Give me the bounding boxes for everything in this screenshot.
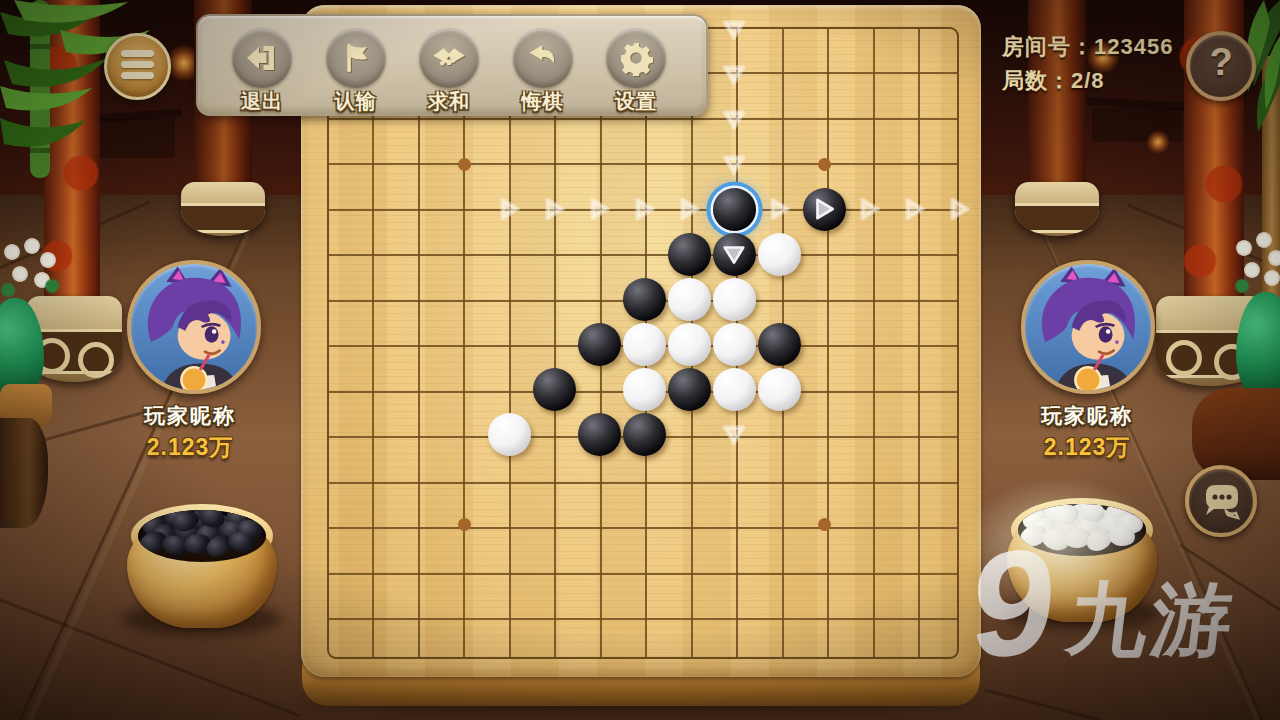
black-stone — [758, 323, 801, 366]
player-left-name: 玩家昵称 — [95, 402, 285, 430]
star-point — [458, 158, 471, 171]
player-left-avatar[interactable] — [127, 260, 261, 394]
flag-icon — [326, 28, 386, 88]
gear-icon — [606, 28, 666, 88]
lamp-glow — [1146, 130, 1170, 154]
star-point — [818, 158, 831, 171]
round-count-value: 2/8 — [1071, 68, 1105, 93]
avatar-art — [1025, 264, 1151, 390]
move-direction-badge-icon — [811, 196, 837, 222]
white-stone — [713, 323, 756, 366]
toolbar-button-settings[interactable]: 设置 — [589, 26, 683, 112]
black-stones-bowl — [122, 498, 282, 638]
white-stone — [668, 278, 711, 321]
flowers-right — [1234, 232, 1280, 302]
toolbar-button-label: 设置 — [589, 88, 683, 115]
toolbar-button-label: 退出 — [215, 88, 309, 115]
toolbar-button-exit[interactable]: 退出 — [215, 26, 309, 112]
white-stone — [758, 233, 801, 276]
toolbar-panel: 退出认输求和悔棋设置 — [196, 14, 708, 116]
white-stone — [713, 368, 756, 411]
help-button[interactable]: ? — [1186, 31, 1256, 101]
white-stone — [668, 323, 711, 366]
player-left-score: 2.123万 — [95, 432, 285, 463]
star-point — [458, 518, 471, 531]
gomoku-game-screen: { "game": "gomoku (five-in-a-row), 15x15… — [0, 0, 1280, 720]
room-number-line: 房间号：123456 — [1002, 30, 1202, 64]
direction-arrow-icon — [721, 106, 747, 132]
toolbar-button-label: 悔棋 — [496, 88, 590, 115]
black-stone — [668, 368, 711, 411]
direction-arrow-icon — [676, 196, 702, 222]
move-direction-badge-icon — [721, 241, 747, 267]
black-stone — [623, 278, 666, 321]
exit-door-arrow-icon — [232, 28, 292, 88]
light-flare — [930, 455, 1190, 635]
round-count-line: 局数：2/8 — [1002, 64, 1202, 98]
handshake-icon — [419, 28, 479, 88]
direction-arrow-icon — [541, 196, 567, 222]
black-stone — [623, 413, 666, 456]
direction-arrow-icon — [766, 196, 792, 222]
carved-pedestal-right — [1192, 388, 1280, 480]
black-stones-pile — [138, 510, 266, 562]
direction-arrow-icon — [631, 196, 657, 222]
white-stone — [623, 368, 666, 411]
player-right-avatar[interactable] — [1021, 260, 1155, 394]
white-stone — [488, 413, 531, 456]
black-stone — [533, 368, 576, 411]
black-stone — [578, 413, 621, 456]
chat-bubbles-icon — [1200, 480, 1242, 522]
direction-arrow-icon — [901, 196, 927, 222]
undo-arrow-icon — [513, 28, 573, 88]
board-grid[interactable] — [327, 27, 959, 659]
chat-button[interactable] — [1185, 465, 1257, 537]
pillar-base-mid-right — [1015, 182, 1099, 236]
star-point — [818, 518, 831, 531]
toolbar-button-draw[interactable]: 求和 — [402, 26, 496, 112]
black-stone — [668, 233, 711, 276]
black-stone-last-move — [713, 188, 756, 231]
black-stone — [578, 323, 621, 366]
direction-arrow-icon — [856, 196, 882, 222]
menu-button[interactable] — [104, 33, 171, 100]
direction-arrow-icon — [721, 151, 747, 177]
toolbar-button-undo[interactable]: 悔棋 — [496, 26, 590, 112]
toolbar-button-label: 求和 — [402, 88, 496, 115]
direction-arrow-icon — [586, 196, 612, 222]
room-number-value: 123456 — [1094, 34, 1173, 59]
white-stone — [713, 278, 756, 321]
toolbar-button-label: 认输 — [309, 88, 403, 115]
direction-arrow-icon — [721, 61, 747, 87]
avatar-art — [131, 264, 257, 390]
white-stone — [758, 368, 801, 411]
direction-arrow-icon — [721, 16, 747, 42]
player-right-name: 玩家昵称 — [992, 402, 1182, 430]
bronze-decor-left — [0, 418, 48, 528]
direction-arrow-icon — [496, 196, 522, 222]
question-mark-icon: ? — [1190, 41, 1252, 84]
white-stone — [623, 323, 666, 366]
toolbar-button-resign[interactable]: 认输 — [309, 26, 403, 112]
pillar-base-mid-left — [181, 182, 265, 236]
direction-arrow-icon — [721, 421, 747, 447]
direction-arrow-icon — [946, 196, 972, 222]
room-info: 房间号：123456 局数：2/8 — [1002, 30, 1202, 98]
